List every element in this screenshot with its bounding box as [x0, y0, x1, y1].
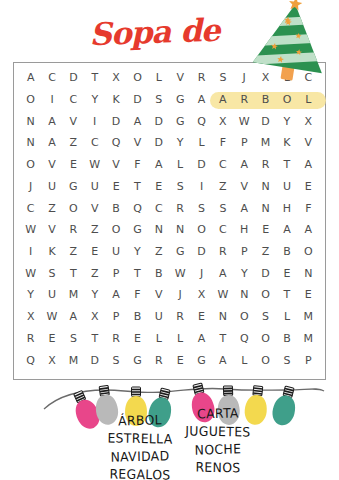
grid-cell[interactable]: A — [191, 328, 212, 350]
grid-cell[interactable]: O — [127, 67, 148, 89]
grid-cell[interactable]: W — [20, 219, 41, 241]
grid-cell[interactable]: U — [148, 306, 169, 328]
word-list-item: JUGUETES — [168, 422, 267, 442]
grid-cell[interactable]: A — [298, 219, 319, 241]
grid-cell[interactable]: Q — [20, 349, 41, 371]
grid-cell[interactable]: G — [127, 349, 148, 371]
grid-cell[interactable]: B — [127, 306, 148, 328]
grid-cell[interactable]: D — [191, 154, 212, 176]
grid-cell[interactable]: S — [255, 306, 276, 328]
grid-cell[interactable]: A — [41, 110, 62, 132]
grid-cell[interactable]: E — [127, 328, 148, 350]
grid-cell[interactable]: R — [191, 67, 212, 89]
grid-cell[interactable]: W — [170, 262, 191, 284]
grid-cell[interactable]: U — [276, 176, 297, 198]
grid-cell[interactable]: E — [148, 176, 169, 198]
grid-cell[interactable]: W — [41, 306, 62, 328]
grid-cell[interactable]: O — [20, 89, 41, 111]
grid-cell[interactable]: A — [41, 132, 62, 154]
grid-cell[interactable]: S — [170, 176, 191, 198]
grid-cell[interactable]: O — [20, 154, 41, 176]
word-list-item: CARTA — [168, 404, 267, 425]
grid-cell[interactable]: T — [127, 176, 148, 198]
grid-cell[interactable]: N — [255, 176, 276, 198]
grid-cell[interactable]: G — [170, 89, 191, 111]
grid-cell[interactable]: Y — [20, 284, 41, 306]
grid-cell[interactable]: W — [84, 154, 105, 176]
grid-cell[interactable]: V — [84, 197, 105, 219]
grid-cell[interactable]: R — [170, 306, 191, 328]
grid-cell[interactable]: F — [127, 284, 148, 306]
grid-cell[interactable]: F — [212, 132, 233, 154]
grid-cell[interactable]: D — [127, 89, 148, 111]
grid-cell[interactable]: I — [84, 110, 105, 132]
grid-cell[interactable]: I — [191, 176, 212, 198]
grid-cell[interactable]: Z — [63, 241, 84, 263]
word-list-item: RENOS — [168, 458, 267, 478]
grid-cell[interactable]: R — [255, 154, 276, 176]
grid-cell[interactable]: C — [148, 197, 169, 219]
grid-cell[interactable]: V — [41, 154, 62, 176]
grid-cell[interactable]: R — [170, 197, 191, 219]
grid-cell[interactable]: U — [41, 284, 62, 306]
grid-cell[interactable]: T — [127, 262, 148, 284]
word-search-grid: ACDTXOLVRSJXLCOICYKDSGAARBOLNAVIDADGQXWD… — [13, 62, 326, 380]
grid-cell[interactable]: A — [127, 110, 148, 132]
grid-cell[interactable]: Z — [41, 197, 62, 219]
grid-cell[interactable]: Z — [148, 241, 169, 263]
grid-cell[interactable]: A — [298, 154, 319, 176]
grid-cell[interactable]: S — [212, 197, 233, 219]
grid-cell[interactable]: D — [255, 110, 276, 132]
grid-cell[interactable]: N — [255, 197, 276, 219]
grid-cell[interactable]: E — [84, 241, 105, 263]
grid-cell[interactable]: O — [255, 284, 276, 306]
grid-cell[interactable]: B — [276, 328, 297, 350]
grid-cell[interactable]: G — [127, 219, 148, 241]
grid-cell[interactable]: E — [41, 328, 62, 350]
grid-cell[interactable]: C — [84, 132, 105, 154]
grid-cell[interactable]: K — [276, 132, 297, 154]
grid-cell[interactable]: V — [298, 132, 319, 154]
grid-cell[interactable]: L — [148, 328, 169, 350]
grid-cell[interactable]: Q — [191, 110, 212, 132]
grid-cell[interactable]: C — [212, 219, 233, 241]
grid-cell[interactable]: Q — [234, 328, 255, 350]
word-list-column-2: CARTAJUGUETESNOCHERENOS — [166, 405, 270, 477]
grid-cell[interactable]: D — [148, 110, 169, 132]
grid-cell[interactable]: X — [84, 306, 105, 328]
grid-cell[interactable]: V — [148, 284, 169, 306]
grid-cell[interactable]: L — [298, 89, 319, 111]
grid-cell[interactable]: N — [20, 132, 41, 154]
grid-cell[interactable]: M — [255, 132, 276, 154]
grid-cell[interactable]: W — [212, 284, 233, 306]
grid-cell[interactable]: R — [105, 328, 126, 350]
grid-cell[interactable]: T — [276, 284, 297, 306]
grid-cell[interactable]: S — [41, 262, 62, 284]
grid-cell[interactable]: R — [20, 328, 41, 350]
grid-cell[interactable]: W — [20, 262, 41, 284]
grid-cell[interactable]: S — [148, 89, 169, 111]
grid-cell[interactable]: X — [20, 306, 41, 328]
grid-cell[interactable]: J — [191, 262, 212, 284]
christmas-tree-icon — [244, 0, 338, 83]
grid-cell[interactable]: A — [212, 262, 233, 284]
grid-cell[interactable]: C — [41, 67, 62, 89]
grid-cell[interactable]: G — [170, 241, 191, 263]
grid-cell[interactable]: S — [212, 67, 233, 89]
grid-cell[interactable]: U — [105, 241, 126, 263]
grid-cell[interactable]: A — [212, 349, 233, 371]
grid-cell[interactable]: Z — [84, 219, 105, 241]
grid-cell[interactable]: H — [234, 219, 255, 241]
grid-cell[interactable]: O — [234, 306, 255, 328]
grid-cell[interactable]: A — [234, 154, 255, 176]
letter-grid: ACDTXOLVRSJXLCOICYKDSGAARBOLNAVIDADGQXWD… — [20, 67, 319, 371]
grid-cell[interactable]: Q — [127, 197, 148, 219]
grid-cell[interactable]: N — [20, 110, 41, 132]
grid-cell[interactable]: B — [148, 262, 169, 284]
grid-cell[interactable]: S — [276, 349, 297, 371]
grid-cell[interactable]: M — [63, 284, 84, 306]
grid-cell[interactable]: I — [41, 89, 62, 111]
grid-cell[interactable]: V — [234, 176, 255, 198]
grid-cell[interactable]: A — [212, 89, 233, 111]
grid-cell[interactable]: G — [170, 110, 191, 132]
grid-cell[interactable]: O — [105, 219, 126, 241]
grid-cell[interactable]: A — [63, 306, 84, 328]
grid-cell[interactable]: V — [127, 132, 148, 154]
grid-cell[interactable]: N — [234, 284, 255, 306]
grid-cell[interactable]: H — [276, 197, 297, 219]
grid-cell[interactable]: V — [105, 154, 126, 176]
light-bulb — [270, 384, 301, 427]
grid-cell[interactable]: E — [63, 154, 84, 176]
grid-cell[interactable]: D — [148, 132, 169, 154]
grid-cell[interactable]: B — [276, 241, 297, 263]
grid-cell[interactable]: B — [105, 197, 126, 219]
grid-cell[interactable]: R — [63, 219, 84, 241]
grid-cell[interactable]: S — [191, 197, 212, 219]
grid-cell[interactable]: O — [298, 241, 319, 263]
grid-cell[interactable]: X — [212, 110, 233, 132]
grid-cell[interactable]: G — [63, 176, 84, 198]
grid-cell[interactable]: T — [84, 67, 105, 89]
grid-cell[interactable]: M — [298, 328, 319, 350]
page-title: Sopa de letras — [41, 4, 268, 62]
grid-cell[interactable]: N — [298, 262, 319, 284]
grid-cell[interactable]: E — [170, 349, 191, 371]
grid-cell[interactable]: Y — [276, 110, 297, 132]
grid-cell[interactable]: K — [41, 241, 62, 263]
grid-cell[interactable]: R — [234, 89, 255, 111]
grid-cell[interactable]: A — [148, 154, 169, 176]
grid-cell[interactable]: O — [255, 349, 276, 371]
grid-cell[interactable]: E — [255, 219, 276, 241]
grid-cell[interactable]: P — [234, 132, 255, 154]
grid-cell[interactable]: P — [105, 262, 126, 284]
grid-cell[interactable]: V — [63, 110, 84, 132]
word-search-page: Sopa de letras ACDTXOLVRSJXLCOICYK — [0, 0, 339, 480]
grid-cell[interactable]: U — [41, 176, 62, 198]
grid-cell[interactable]: Y — [84, 284, 105, 306]
grid-cell[interactable]: Y — [170, 132, 191, 154]
grid-cell[interactable]: U — [84, 176, 105, 198]
grid-cell[interactable]: Z — [255, 241, 276, 263]
grid-cell[interactable]: A — [191, 89, 212, 111]
grid-cell[interactable]: O — [255, 328, 276, 350]
grid-cell[interactable]: V — [170, 67, 191, 89]
grid-cell[interactable]: D — [63, 67, 84, 89]
grid-cell[interactable]: I — [20, 241, 41, 263]
grid-cell[interactable]: D — [191, 241, 212, 263]
grid-cell[interactable]: M — [298, 306, 319, 328]
grid-cell[interactable]: A — [234, 197, 255, 219]
grid-cell[interactable]: Y — [234, 262, 255, 284]
grid-cell[interactable]: E — [105, 176, 126, 198]
grid-cell[interactable]: N — [148, 219, 169, 241]
light-bulb-glass — [270, 393, 299, 427]
grid-cell[interactable]: Z — [84, 262, 105, 284]
grid-cell[interactable]: J — [170, 284, 191, 306]
grid-cell[interactable]: F — [298, 197, 319, 219]
grid-cell[interactable]: T — [63, 262, 84, 284]
grid-cell[interactable]: A — [276, 219, 297, 241]
grid-cell[interactable]: O — [63, 197, 84, 219]
grid-cell[interactable]: Z — [63, 132, 84, 154]
grid-cell[interactable]: R — [212, 241, 233, 263]
grid-cell[interactable]: P — [234, 241, 255, 263]
grid-cell[interactable]: S — [63, 328, 84, 350]
grid-cell[interactable]: L — [170, 328, 191, 350]
grid-cell[interactable]: W — [234, 110, 255, 132]
grid-cell[interactable]: Q — [105, 132, 126, 154]
grid-cell[interactable]: C — [63, 89, 84, 111]
grid-cell[interactable]: X — [105, 67, 126, 89]
grid-cell[interactable]: T — [84, 328, 105, 350]
grid-cell[interactable]: L — [234, 349, 255, 371]
grid-cell[interactable]: M — [63, 349, 84, 371]
grid-cell[interactable]: D — [105, 110, 126, 132]
grid-cell[interactable]: C — [20, 197, 41, 219]
grid-cell[interactable]: B — [255, 89, 276, 111]
grid-cell[interactable]: P — [298, 349, 319, 371]
grid-cell[interactable]: X — [191, 284, 212, 306]
grid-cell[interactable]: V — [41, 219, 62, 241]
grid-cell[interactable]: J — [20, 176, 41, 198]
grid-cell[interactable]: E — [298, 284, 319, 306]
word-list-item: NOCHE — [168, 440, 267, 461]
grid-cell[interactable]: L — [276, 306, 297, 328]
grid-cell[interactable]: S — [105, 349, 126, 371]
grid-cell[interactable]: O — [191, 219, 212, 241]
grid-cell[interactable]: A — [20, 67, 41, 89]
grid-cell[interactable]: E — [298, 176, 319, 198]
grid-cell[interactable]: L — [148, 67, 169, 89]
grid-cell[interactable]: T — [276, 154, 297, 176]
grid-cell[interactable]: P — [105, 306, 126, 328]
grid-cell[interactable]: R — [148, 349, 169, 371]
grid-cell[interactable]: G — [191, 349, 212, 371]
grid-cell[interactable]: F — [127, 154, 148, 176]
grid-cell[interactable]: N — [170, 219, 191, 241]
grid-cell[interactable]: X — [298, 110, 319, 132]
grid-cell[interactable]: N — [212, 306, 233, 328]
grid-cell[interactable]: E — [276, 262, 297, 284]
grid-cell[interactable]: O — [276, 89, 297, 111]
grid-cell[interactable]: C — [212, 154, 233, 176]
grid-cell[interactable]: T — [212, 328, 233, 350]
grid-cell[interactable]: D — [255, 262, 276, 284]
grid-cell[interactable]: Y — [127, 241, 148, 263]
grid-cell[interactable]: D — [84, 349, 105, 371]
grid-cell[interactable]: Z — [212, 176, 233, 198]
grid-cell[interactable]: K — [105, 89, 126, 111]
grid-cell[interactable]: L — [191, 132, 212, 154]
grid-cell[interactable]: X — [41, 349, 62, 371]
grid-cell[interactable]: L — [170, 154, 191, 176]
grid-cell[interactable]: A — [105, 284, 126, 306]
grid-cell[interactable]: Y — [84, 89, 105, 111]
grid-cell[interactable]: E — [191, 306, 212, 328]
